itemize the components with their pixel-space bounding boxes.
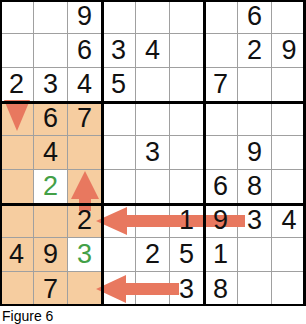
cell-r6c8[interactable]: 8 (238, 170, 272, 204)
cell-r9c6[interactable]: 3 (170, 272, 204, 306)
cell-value: 3 (111, 37, 126, 64)
cell-r5c4[interactable] (102, 136, 136, 170)
cell-value: 1 (179, 207, 194, 234)
cell-r4c5[interactable] (136, 102, 170, 136)
cell-r7c7[interactable]: 9 (204, 204, 238, 238)
cell-r3c3[interactable]: 4 (68, 68, 102, 102)
cell-r8c8[interactable] (238, 238, 272, 272)
cell-value: 5 (111, 71, 126, 98)
cell-value: 2 (145, 241, 160, 268)
cell-value: 6 (77, 37, 92, 64)
cell-value: 3 (179, 276, 194, 303)
cell-value: 6 (247, 3, 262, 30)
sudoku-board: 9663429234576743926821934493251738 (0, 0, 306, 306)
cell-r2c5[interactable]: 4 (136, 34, 170, 68)
cell-r4c2[interactable]: 6 (34, 102, 68, 136)
cell-r4c7[interactable] (204, 102, 238, 136)
cell-value: 2 (247, 37, 262, 64)
cell-value: 4 (9, 241, 24, 268)
cell-r3c8[interactable] (238, 68, 272, 102)
cell-r9c1[interactable] (0, 272, 34, 306)
cell-r1c3[interactable]: 9 (68, 0, 102, 34)
cell-value: 2 (77, 207, 92, 234)
cell-r9c8[interactable] (238, 272, 272, 306)
cell-value: 6 (213, 173, 228, 200)
sudoku-figure: 9663429234576743926821934493251738 Figur… (0, 0, 306, 324)
cell-value: 6 (43, 105, 58, 132)
cell-value: 4 (43, 139, 58, 166)
cell-r2c6[interactable] (170, 34, 204, 68)
cell-r6c7[interactable]: 6 (204, 170, 238, 204)
cell-r2c8[interactable]: 2 (238, 34, 272, 68)
cell-r4c9[interactable] (272, 102, 306, 136)
cell-r2c3[interactable]: 6 (68, 34, 102, 68)
cell-r3c2[interactable]: 3 (34, 68, 68, 102)
cell-value: 9 (213, 207, 228, 234)
cell-r6c1[interactable] (0, 170, 34, 204)
cell-r7c3[interactable]: 2 (68, 204, 102, 238)
cell-r7c1[interactable] (0, 204, 34, 238)
cell-r3c6[interactable] (170, 68, 204, 102)
cell-r7c5[interactable] (136, 204, 170, 238)
cell-r6c4[interactable] (102, 170, 136, 204)
cell-r7c9[interactable]: 4 (272, 204, 306, 238)
cell-value: 8 (213, 276, 228, 303)
cell-r1c4[interactable] (102, 0, 136, 34)
cell-value: 9 (43, 241, 58, 268)
cell-r4c6[interactable] (170, 102, 204, 136)
cell-r9c4[interactable] (102, 272, 136, 306)
cell-r4c3[interactable]: 7 (68, 102, 102, 136)
cell-r4c1[interactable] (0, 102, 34, 136)
cell-r8c6[interactable]: 5 (170, 238, 204, 272)
cell-r7c2[interactable] (34, 204, 68, 238)
cell-value: 2 (9, 71, 24, 98)
cell-r6c3[interactable] (68, 170, 102, 204)
cell-r6c6[interactable] (170, 170, 204, 204)
cell-r1c8[interactable]: 6 (238, 0, 272, 34)
cell-r7c8[interactable]: 3 (238, 204, 272, 238)
cell-r3c7[interactable]: 7 (204, 68, 238, 102)
cell-r3c5[interactable] (136, 68, 170, 102)
cell-r8c1[interactable]: 4 (0, 238, 34, 272)
cell-r1c7[interactable] (204, 0, 238, 34)
cell-r5c8[interactable]: 9 (238, 136, 272, 170)
cell-value: 5 (179, 241, 194, 268)
cell-r9c3[interactable] (68, 272, 102, 306)
cell-r8c3[interactable]: 3 (68, 238, 102, 272)
cell-r6c5[interactable] (136, 170, 170, 204)
cell-r1c1[interactable] (0, 0, 34, 34)
cell-r5c3[interactable] (68, 136, 102, 170)
cell-value: 3 (43, 71, 58, 98)
figure-caption: Figure 6 (0, 306, 306, 324)
cell-r2c1[interactable] (0, 34, 34, 68)
cell-r5c9[interactable] (272, 136, 306, 170)
cell-r5c6[interactable] (170, 136, 204, 170)
cell-r6c2[interactable]: 2 (34, 170, 68, 204)
cell-r3c9[interactable] (272, 68, 306, 102)
cell-r1c9[interactable] (272, 0, 306, 34)
cell-r3c1[interactable]: 2 (0, 68, 34, 102)
cell-r8c9[interactable] (272, 238, 306, 272)
cell-value: 3 (247, 207, 262, 234)
cell-value: 7 (213, 71, 228, 98)
cell-value: 4 (145, 37, 160, 64)
cell-value: 8 (247, 173, 262, 200)
cell-r8c7[interactable]: 1 (204, 238, 238, 272)
cell-r9c5[interactable] (136, 272, 170, 306)
cell-value: 7 (43, 276, 58, 303)
cell-value: 9 (77, 3, 92, 30)
cell-r1c2[interactable] (34, 0, 68, 34)
cell-r4c4[interactable] (102, 102, 136, 136)
cell-r5c2[interactable]: 4 (34, 136, 68, 170)
cell-value: 7 (77, 105, 92, 132)
cell-value: 9 (281, 37, 296, 64)
cell-r2c2[interactable] (34, 34, 68, 68)
cell-r7c6[interactable]: 1 (170, 204, 204, 238)
cell-value: 3 (145, 139, 160, 166)
cell-r7c4[interactable] (102, 204, 136, 238)
cell-r1c6[interactable] (170, 0, 204, 34)
cell-value: 4 (281, 207, 296, 234)
cell-r8c4[interactable] (102, 238, 136, 272)
cell-r5c5[interactable]: 3 (136, 136, 170, 170)
cell-r8c2[interactable]: 9 (34, 238, 68, 272)
cell-value: 2 (43, 173, 58, 200)
cell-value: 1 (213, 241, 228, 268)
cell-r9c9[interactable] (272, 272, 306, 306)
cell-r2c9[interactable]: 9 (272, 34, 306, 68)
cell-r5c7[interactable] (204, 136, 238, 170)
cell-r2c7[interactable] (204, 34, 238, 68)
cell-r9c7[interactable]: 8 (204, 272, 238, 306)
cell-r4c8[interactable] (238, 102, 272, 136)
cell-r8c5[interactable]: 2 (136, 238, 170, 272)
cell-r9c2[interactable]: 7 (34, 272, 68, 306)
cell-r6c9[interactable] (272, 170, 306, 204)
cell-r1c5[interactable] (136, 0, 170, 34)
cell-value: 3 (77, 241, 92, 268)
cell-r5c1[interactable] (0, 136, 34, 170)
cell-r2c4[interactable]: 3 (102, 34, 136, 68)
cell-value: 9 (247, 139, 262, 166)
cell-r3c4[interactable]: 5 (102, 68, 136, 102)
cell-value: 4 (77, 71, 92, 98)
